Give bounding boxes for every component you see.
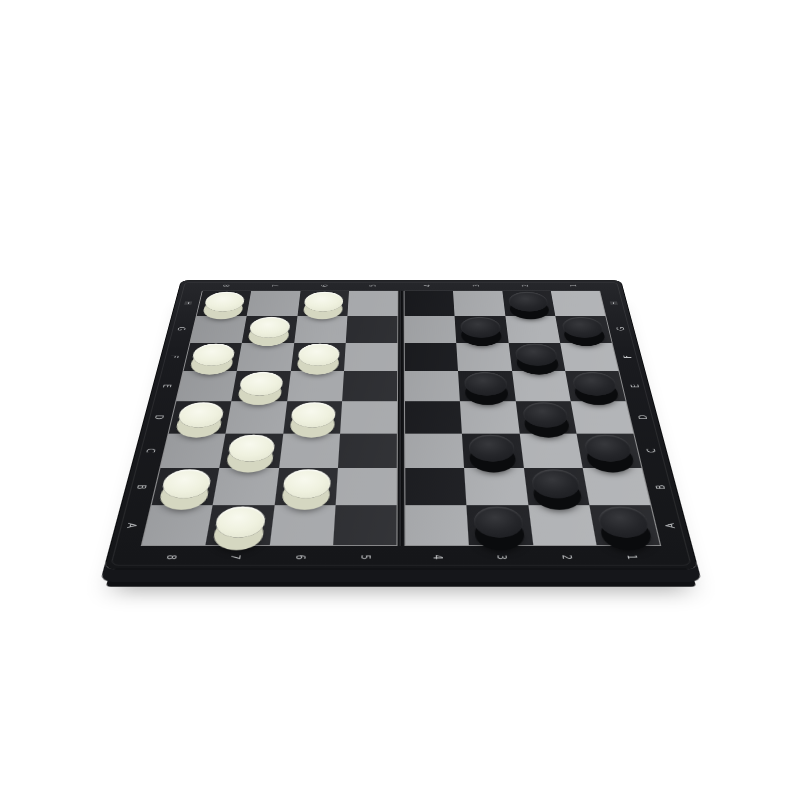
black-man-glyph: ⛂ — [464, 372, 508, 395]
rank-label-front-8: 8 — [135, 546, 205, 569]
square-F8: ⛀ — [184, 343, 242, 371]
folding-board-frame: 87654321 HGFEDCBA ⛀⛀⛀⛀⛀⛀⛀⛀⛀⛀⛀⛀ ⛂⛂⛂⛂⛂⛂⛂⛂⛂… — [103, 280, 698, 569]
square-B1 — [582, 468, 650, 505]
square-A7: ⛀ — [206, 505, 274, 545]
rank-label-back-8: 8 — [202, 280, 253, 290]
square-A3: ⛂ — [467, 505, 533, 545]
rank-label-front-5: 5 — [332, 546, 398, 569]
white-man-glyph: ⛀ — [297, 344, 340, 366]
rank-label-back-4: 4 — [404, 280, 453, 290]
square-E1: ⛂ — [565, 371, 626, 401]
rank-label-front-4: 4 — [404, 546, 470, 569]
square-B5 — [335, 468, 396, 505]
square-E2 — [512, 371, 571, 401]
checker-black-G1: ⛂ — [561, 317, 605, 337]
square-A1: ⛂ — [589, 505, 660, 545]
square-C4 — [405, 434, 464, 469]
black-man-glyph: ⛂ — [530, 470, 581, 498]
square-F5 — [344, 343, 398, 371]
square-A4 — [405, 505, 469, 545]
square-A5 — [333, 505, 397, 545]
rank-label-back-3: 3 — [452, 280, 502, 290]
square-C3: ⛂ — [462, 434, 523, 469]
square-E5 — [342, 371, 397, 401]
rank-label-back-6: 6 — [300, 280, 350, 290]
checker-black-E1: ⛂ — [571, 372, 618, 395]
black-man-glyph: ⛂ — [474, 507, 525, 538]
square-H6: ⛀ — [297, 291, 349, 316]
rank-labels-back: 87654321 — [202, 280, 600, 290]
checker-white-G7: ⛀ — [249, 317, 292, 337]
label-fold-gap — [397, 546, 404, 569]
square-F6: ⛀ — [290, 343, 345, 371]
square-D1 — [570, 401, 633, 433]
square-A2 — [528, 505, 596, 545]
white-man-glyph: ⛀ — [282, 470, 331, 498]
checker-black-A3: ⛂ — [474, 507, 525, 538]
square-H8: ⛀ — [197, 291, 252, 316]
black-man-glyph: ⛂ — [561, 317, 605, 337]
checker-white-H6: ⛀ — [303, 292, 343, 311]
square-E4 — [405, 371, 460, 401]
black-man-glyph: ⛂ — [469, 435, 517, 461]
square-D6: ⛀ — [283, 401, 342, 433]
square-G3: ⛂ — [455, 316, 508, 343]
rank-label-front-1: 1 — [597, 546, 667, 569]
white-man-glyph: ⛀ — [249, 317, 292, 337]
black-man-glyph: ⛂ — [583, 435, 634, 461]
square-F2: ⛂ — [508, 343, 565, 371]
rank-label-front-6: 6 — [266, 546, 333, 569]
white-man-glyph: ⛀ — [303, 292, 343, 311]
square-D4 — [405, 401, 462, 433]
product-photo-stage: 87654321 HGFEDCBA ⛀⛀⛀⛀⛀⛀⛀⛀⛀⛀⛀⛀ ⛂⛂⛂⛂⛂⛂⛂⛂⛂… — [0, 0, 800, 800]
white-man-glyph: ⛀ — [203, 292, 245, 311]
checker-white-F8: ⛀ — [191, 344, 236, 366]
square-G1: ⛂ — [555, 316, 612, 343]
square-B2: ⛂ — [523, 468, 589, 505]
rank-label-front-7: 7 — [201, 546, 269, 569]
checker-black-G3: ⛂ — [460, 317, 502, 337]
checker-white-B8: ⛀ — [160, 470, 213, 498]
square-E6 — [287, 371, 344, 401]
checker-white-C7: ⛀ — [227, 435, 276, 461]
checker-white-F6: ⛀ — [297, 344, 340, 366]
white-man-glyph: ⛀ — [290, 403, 336, 428]
square-H7 — [247, 291, 300, 316]
square-D7 — [226, 401, 287, 433]
rank-labels-front: 87654321 — [135, 546, 666, 569]
square-H2: ⛂ — [502, 291, 555, 316]
black-man-glyph: ⛂ — [514, 344, 558, 366]
white-man-glyph: ⛀ — [239, 372, 285, 395]
white-man-glyph: ⛀ — [176, 403, 225, 428]
square-H3 — [453, 291, 505, 316]
square-D5 — [340, 401, 397, 433]
square-C2 — [519, 434, 582, 469]
checker-black-C1: ⛂ — [583, 435, 634, 461]
square-H4 — [405, 291, 455, 316]
square-G2 — [505, 316, 560, 343]
square-F4 — [405, 343, 459, 371]
square-F1 — [560, 343, 618, 371]
square-G8 — [190, 316, 247, 343]
square-E3: ⛂ — [458, 371, 515, 401]
square-G5 — [346, 316, 398, 343]
board-scene: 87654321 HGFEDCBA ⛀⛀⛀⛀⛀⛀⛀⛀⛀⛀⛀⛀ ⛂⛂⛂⛂⛂⛂⛂⛂⛂… — [103, 280, 698, 569]
square-B6: ⛀ — [274, 468, 338, 505]
square-C8 — [160, 434, 225, 469]
square-A6 — [269, 505, 335, 545]
checker-white-B6: ⛀ — [282, 470, 331, 498]
square-B8: ⛀ — [152, 468, 220, 505]
rank-label-back-7: 7 — [251, 280, 301, 290]
white-man-glyph: ⛀ — [214, 507, 267, 538]
checker-black-C3: ⛂ — [469, 435, 517, 461]
checker-black-B2: ⛂ — [530, 470, 581, 498]
square-B7 — [213, 468, 279, 505]
square-F7 — [237, 343, 294, 371]
square-C1: ⛂ — [576, 434, 641, 469]
square-C6 — [279, 434, 340, 469]
white-man-glyph: ⛀ — [191, 344, 236, 366]
rank-label-back-5: 5 — [349, 280, 398, 290]
checker-white-D8: ⛀ — [176, 403, 225, 428]
square-B4 — [405, 468, 466, 505]
white-man-glyph: ⛀ — [227, 435, 276, 461]
checker-black-E3: ⛂ — [464, 372, 508, 395]
square-D3 — [460, 401, 519, 433]
rank-label-front-2: 2 — [533, 546, 601, 569]
square-B3 — [464, 468, 528, 505]
square-G4 — [405, 316, 457, 343]
black-man-glyph: ⛂ — [571, 372, 618, 395]
square-H1 — [551, 291, 606, 316]
checker-white-E7: ⛀ — [239, 372, 285, 395]
square-E7: ⛀ — [232, 371, 291, 401]
square-G6 — [294, 316, 347, 343]
checker-black-A1: ⛂ — [596, 507, 651, 538]
white-man-glyph: ⛀ — [160, 470, 213, 498]
checker-white-A7: ⛀ — [214, 507, 267, 538]
checker-white-H8: ⛀ — [203, 292, 245, 311]
black-man-glyph: ⛂ — [507, 292, 548, 311]
square-D2: ⛂ — [515, 401, 576, 433]
square-E8 — [176, 371, 237, 401]
black-man-glyph: ⛂ — [596, 507, 651, 538]
checker-black-H2: ⛂ — [507, 292, 548, 311]
black-man-glyph: ⛂ — [522, 403, 569, 428]
square-D8: ⛀ — [169, 401, 232, 433]
checker-black-F2: ⛂ — [514, 344, 558, 366]
square-C7: ⛀ — [220, 434, 283, 469]
square-C5 — [338, 434, 397, 469]
checker-black-D2: ⛂ — [522, 403, 569, 428]
checker-white-D6: ⛀ — [290, 403, 336, 428]
rank-label-back-2: 2 — [501, 280, 551, 290]
square-G7: ⛀ — [242, 316, 297, 343]
square-H5 — [347, 291, 397, 316]
rank-label-front-3: 3 — [469, 546, 536, 569]
square-F3 — [456, 343, 511, 371]
square-A8 — [142, 505, 213, 545]
black-man-glyph: ⛂ — [460, 317, 502, 337]
rank-label-back-1: 1 — [549, 280, 600, 290]
checkers-board: ⛀⛀⛀⛀⛀⛀⛀⛀⛀⛀⛀⛀ ⛂⛂⛂⛂⛂⛂⛂⛂⛂⛂⛂⛂ — [141, 291, 661, 546]
